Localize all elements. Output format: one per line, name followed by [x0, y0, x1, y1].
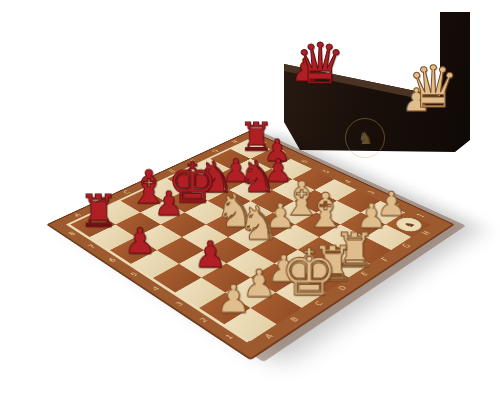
piece-red-p-a6[interactable]: ♟ [122, 223, 158, 259]
rank-label-right-5: 5 [323, 170, 332, 174]
chess-board: ♞ AABBCCDDEEFFGGHH1122334455667788♜♝♜♟♚♞… [46, 130, 455, 360]
rank-label-left-8: 8 [68, 231, 77, 236]
rank-label-right-6: 6 [301, 160, 309, 164]
file-label-bottom-G: G [402, 243, 413, 249]
rank-label-left-4: 4 [152, 286, 162, 292]
file-label-bottom-B: B [289, 316, 300, 323]
rank-label-left-6: 6 [108, 258, 118, 264]
piece-red-p-b4[interactable]: ♟ [192, 236, 228, 272]
file-label-bottom-E: E [360, 271, 370, 277]
scene: ♞ AABBCCDDEEFFGGHH1122334455667788♜♝♜♟♚♞… [0, 0, 500, 410]
piece-red-r-a8[interactable]: ♜ [77, 190, 121, 234]
file-label-bottom-A: A [264, 333, 275, 340]
rank-label-left-2: 2 [199, 317, 210, 324]
rank-label-left-1: 1 [225, 334, 236, 341]
rank-label-left-7: 7 [88, 244, 97, 249]
file-label-bottom-H: H [422, 231, 432, 237]
rank-label-left-5: 5 [130, 272, 140, 278]
rank-label-right-1: 1 [417, 214, 426, 219]
piece-natural-k-c1[interactable]: ♚ [276, 240, 341, 305]
file-label-bottom-F: F [381, 257, 391, 262]
piece-natural-p-a2[interactable]: ♟ [214, 279, 253, 318]
file-label-bottom-C: C [314, 301, 325, 308]
rank-label-left-3: 3 [175, 301, 185, 307]
piece-natural-n-d4[interactable]: ♞ [234, 200, 281, 247]
